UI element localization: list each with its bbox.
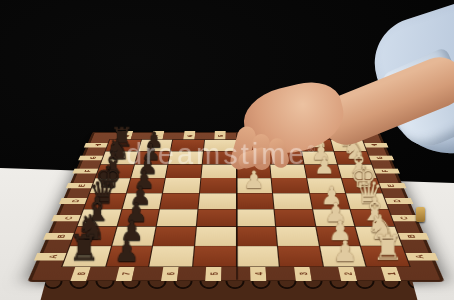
square-a4[interactable] — [237, 246, 279, 266]
square-a5[interactable] — [193, 246, 235, 266]
square-c5[interactable] — [197, 209, 236, 226]
brass-latch — [416, 207, 425, 222]
square-c4[interactable] — [237, 209, 276, 226]
square-a7[interactable]: ♟ — [106, 246, 152, 266]
square-a2[interactable]: ♟ — [320, 246, 366, 266]
square-d6[interactable] — [160, 193, 199, 209]
square-e6[interactable] — [163, 178, 200, 192]
piece-white-pawn[interactable]: ♟ — [244, 168, 265, 192]
square-d3[interactable] — [273, 193, 312, 209]
square-a6[interactable] — [150, 246, 194, 266]
square-a1[interactable]: ♜ — [361, 246, 409, 266]
square-a8[interactable]: ♜ — [63, 246, 111, 266]
photo-stage: 87654321 87654321 ABCDEFGH ABCDEFGH ♜♟♟♜… — [0, 0, 454, 300]
square-b3[interactable] — [276, 227, 318, 246]
square-e3[interactable] — [272, 178, 309, 192]
carved-front-face — [40, 281, 418, 300]
piece-black-rook[interactable]: ♜ — [68, 230, 100, 266]
piece-white-rook[interactable]: ♜ — [372, 230, 404, 266]
square-b6[interactable] — [153, 227, 195, 246]
square-c6[interactable] — [157, 209, 197, 226]
piece-black-pawn[interactable]: ♟ — [115, 237, 141, 265]
registered-mark: ® — [308, 144, 318, 155]
square-c3[interactable] — [275, 209, 315, 226]
square-e4[interactable]: ♟ — [236, 178, 272, 192]
square-b5[interactable] — [195, 227, 235, 246]
piece-white-pawn[interactable]: ♟ — [332, 237, 358, 265]
square-d4[interactable] — [237, 193, 274, 209]
watermark: dreamstime® — [126, 138, 318, 171]
square-d5[interactable] — [198, 193, 235, 209]
square-a3[interactable] — [278, 246, 322, 266]
square-b4[interactable] — [237, 227, 277, 246]
square-e5[interactable] — [200, 178, 236, 192]
